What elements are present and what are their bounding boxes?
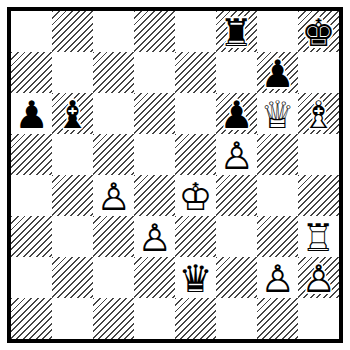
square-c8[interactable]	[93, 11, 134, 52]
square-h4[interactable]	[298, 175, 339, 216]
square-a7[interactable]	[11, 52, 52, 93]
square-c7[interactable]	[93, 52, 134, 93]
white-pawn-underlay: ♟	[298, 257, 339, 298]
square-f1[interactable]	[216, 298, 257, 339]
square-h7[interactable]	[298, 52, 339, 93]
square-d5[interactable]	[134, 134, 175, 175]
square-h6[interactable]: ♝♗	[298, 93, 339, 134]
square-d2[interactable]	[134, 257, 175, 298]
black-king: ♚	[298, 11, 339, 52]
square-b5[interactable]	[52, 134, 93, 175]
white-pawn: ♙	[93, 175, 134, 216]
square-b8[interactable]	[52, 11, 93, 52]
square-e6[interactable]	[175, 93, 216, 134]
square-f3[interactable]	[216, 216, 257, 257]
chess-board: ♜♜♚♚♟♟♟♟♝♝♟♟♛♕♝♗♟♙♟♙♚♔♟♙♜♖♛♛♟♙♟♙	[7, 7, 343, 343]
square-g5[interactable]	[257, 134, 298, 175]
square-c2[interactable]	[93, 257, 134, 298]
square-f4[interactable]	[216, 175, 257, 216]
black-king-underlay: ♚	[298, 11, 339, 52]
square-g1[interactable]	[257, 298, 298, 339]
square-g8[interactable]	[257, 11, 298, 52]
black-bishop-underlay: ♝	[52, 93, 93, 134]
white-pawn-underlay: ♟	[216, 134, 257, 175]
square-d4[interactable]	[134, 175, 175, 216]
black-pawn: ♟	[216, 93, 257, 134]
white-pawn: ♙	[257, 257, 298, 298]
square-g7[interactable]: ♟♟	[257, 52, 298, 93]
square-b4[interactable]	[52, 175, 93, 216]
white-pawn: ♙	[216, 134, 257, 175]
square-c6[interactable]	[93, 93, 134, 134]
black-pawn: ♟	[257, 52, 298, 93]
black-rook-underlay: ♜	[216, 11, 257, 52]
square-a5[interactable]	[11, 134, 52, 175]
square-h3[interactable]: ♜♖	[298, 216, 339, 257]
square-d3[interactable]: ♟♙	[134, 216, 175, 257]
square-c4[interactable]: ♟♙	[93, 175, 134, 216]
black-pawn-underlay: ♟	[11, 93, 52, 134]
page: ♜♜♚♚♟♟♟♟♝♝♟♟♛♕♝♗♟♙♟♙♚♔♟♙♜♖♛♛♟♙♟♙	[0, 0, 350, 350]
square-d1[interactable]	[134, 298, 175, 339]
white-bishop-underlay: ♝	[298, 93, 339, 134]
white-pawn: ♙	[134, 216, 175, 257]
square-g6[interactable]: ♛♕	[257, 93, 298, 134]
black-bishop: ♝	[52, 93, 93, 134]
white-king-underlay: ♚	[175, 175, 216, 216]
square-c3[interactable]	[93, 216, 134, 257]
square-c1[interactable]	[93, 298, 134, 339]
square-e7[interactable]	[175, 52, 216, 93]
square-a3[interactable]	[11, 216, 52, 257]
black-pawn-underlay: ♟	[216, 93, 257, 134]
square-e2[interactable]: ♛♛	[175, 257, 216, 298]
square-g4[interactable]	[257, 175, 298, 216]
white-pawn-underlay: ♟	[93, 175, 134, 216]
square-c5[interactable]	[93, 134, 134, 175]
square-e3[interactable]	[175, 216, 216, 257]
square-e4[interactable]: ♚♔	[175, 175, 216, 216]
square-a1[interactable]	[11, 298, 52, 339]
white-queen: ♕	[257, 93, 298, 134]
square-b1[interactable]	[52, 298, 93, 339]
white-pawn-underlay: ♟	[134, 216, 175, 257]
square-h2[interactable]: ♟♙	[298, 257, 339, 298]
white-pawn: ♙	[298, 257, 339, 298]
square-a2[interactable]	[11, 257, 52, 298]
square-b7[interactable]	[52, 52, 93, 93]
square-b2[interactable]	[52, 257, 93, 298]
square-d8[interactable]	[134, 11, 175, 52]
square-f6[interactable]: ♟♟	[216, 93, 257, 134]
black-rook: ♜	[216, 11, 257, 52]
square-h1[interactable]	[298, 298, 339, 339]
white-king: ♔	[175, 175, 216, 216]
square-f5[interactable]: ♟♙	[216, 134, 257, 175]
square-b3[interactable]	[52, 216, 93, 257]
white-bishop: ♗	[298, 93, 339, 134]
white-rook-underlay: ♜	[298, 216, 339, 257]
square-e1[interactable]	[175, 298, 216, 339]
square-b6[interactable]: ♝♝	[52, 93, 93, 134]
square-h8[interactable]: ♚♚	[298, 11, 339, 52]
black-queen-underlay: ♛	[175, 257, 216, 298]
square-g3[interactable]	[257, 216, 298, 257]
square-e8[interactable]	[175, 11, 216, 52]
black-pawn: ♟	[11, 93, 52, 134]
white-rook: ♖	[298, 216, 339, 257]
square-f2[interactable]	[216, 257, 257, 298]
square-d6[interactable]	[134, 93, 175, 134]
square-g2[interactable]: ♟♙	[257, 257, 298, 298]
square-a4[interactable]	[11, 175, 52, 216]
white-pawn-underlay: ♟	[257, 257, 298, 298]
square-d7[interactable]	[134, 52, 175, 93]
white-queen-underlay: ♛	[257, 93, 298, 134]
black-pawn-underlay: ♟	[257, 52, 298, 93]
square-a8[interactable]	[11, 11, 52, 52]
square-f8[interactable]: ♜♜	[216, 11, 257, 52]
square-f7[interactable]	[216, 52, 257, 93]
square-a6[interactable]: ♟♟	[11, 93, 52, 134]
square-h5[interactable]	[298, 134, 339, 175]
black-queen: ♛	[175, 257, 216, 298]
square-e5[interactable]	[175, 134, 216, 175]
